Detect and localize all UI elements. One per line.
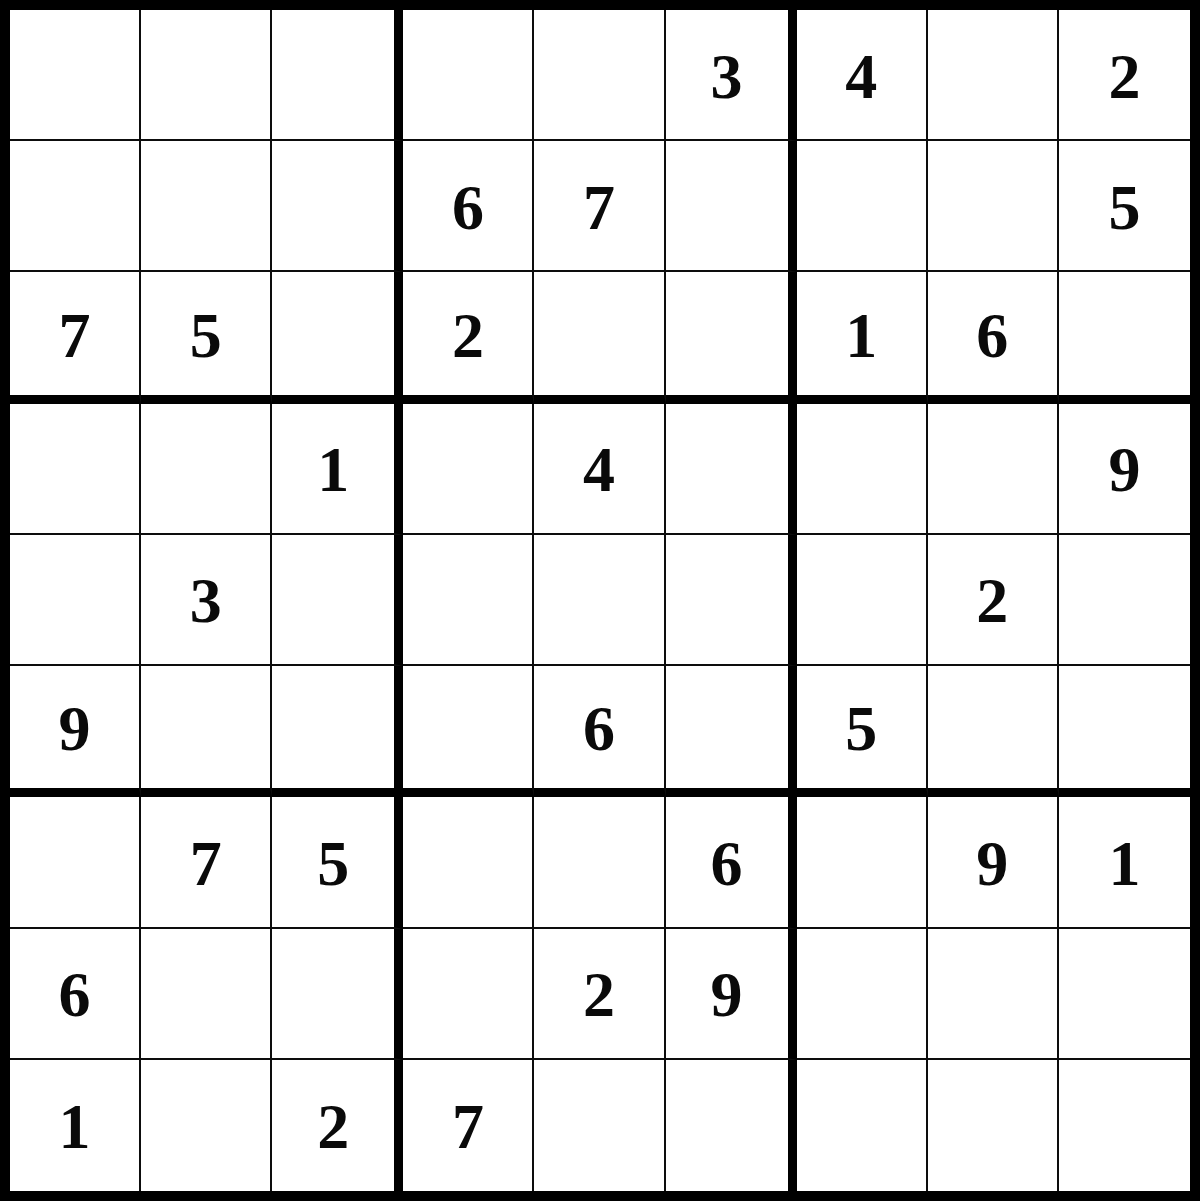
given-digit: 1 <box>1108 832 1140 896</box>
given-digit: 2 <box>976 569 1008 633</box>
cell-r2c4-given: 6 <box>403 141 534 272</box>
cell-r2c9-given: 5 <box>1059 141 1190 272</box>
given-digit: 1 <box>845 304 877 368</box>
cell-r3c7-given: 1 <box>797 272 928 403</box>
cell-r8c7-empty[interactable] <box>797 929 928 1060</box>
cell-r6c5-given: 6 <box>534 666 665 797</box>
cell-r9c5-empty[interactable] <box>534 1060 665 1191</box>
given-digit: 7 <box>583 176 615 240</box>
cell-r6c8-empty[interactable] <box>928 666 1059 797</box>
cell-r1c4-empty[interactable] <box>403 10 534 141</box>
cell-r3c6-empty[interactable] <box>666 272 797 403</box>
cell-r4c1-empty[interactable] <box>10 404 141 535</box>
given-digit: 6 <box>59 963 91 1027</box>
cell-r7c8-given: 9 <box>928 797 1059 928</box>
cell-r3c9-empty[interactable] <box>1059 272 1190 403</box>
cell-r2c2-empty[interactable] <box>141 141 272 272</box>
cell-r2c3-empty[interactable] <box>272 141 403 272</box>
cell-r9c8-empty[interactable] <box>928 1060 1059 1191</box>
given-digit: 9 <box>711 963 743 1027</box>
given-digit: 7 <box>452 1095 484 1159</box>
cell-r6c6-empty[interactable] <box>666 666 797 797</box>
cell-r8c5-given: 2 <box>534 929 665 1060</box>
cell-r5c5-empty[interactable] <box>534 535 665 666</box>
given-digit: 2 <box>1108 45 1140 109</box>
given-digit: 3 <box>190 569 222 633</box>
cell-r6c7-given: 5 <box>797 666 928 797</box>
given-digit: 2 <box>583 963 615 1027</box>
given-digit: 4 <box>583 438 615 502</box>
cell-r4c6-empty[interactable] <box>666 404 797 535</box>
cell-r3c8-given: 6 <box>928 272 1059 403</box>
cell-r8c8-empty[interactable] <box>928 929 1059 1060</box>
cell-r8c9-empty[interactable] <box>1059 929 1190 1060</box>
cell-r1c8-empty[interactable] <box>928 10 1059 141</box>
given-digit: 5 <box>190 304 222 368</box>
given-digit: 6 <box>583 697 615 761</box>
cell-r7c9-given: 1 <box>1059 797 1190 928</box>
cell-r4c2-empty[interactable] <box>141 404 272 535</box>
given-digit: 5 <box>1108 176 1140 240</box>
cell-r8c1-given: 6 <box>10 929 141 1060</box>
cell-r6c3-empty[interactable] <box>272 666 403 797</box>
sudoku-board: 342675752161493296575691629127 <box>0 0 1200 1201</box>
cell-r4c7-empty[interactable] <box>797 404 928 535</box>
cell-r7c5-empty[interactable] <box>534 797 665 928</box>
cell-r1c1-empty[interactable] <box>10 10 141 141</box>
cell-r8c6-given: 9 <box>666 929 797 1060</box>
cell-r9c4-given: 7 <box>403 1060 534 1191</box>
cell-r2c6-empty[interactable] <box>666 141 797 272</box>
cell-r6c1-given: 9 <box>10 666 141 797</box>
cell-r1c3-empty[interactable] <box>272 10 403 141</box>
cell-r5c1-empty[interactable] <box>10 535 141 666</box>
cell-r7c4-empty[interactable] <box>403 797 534 928</box>
cell-r1c6-given: 3 <box>666 10 797 141</box>
given-digit: 1 <box>59 1095 91 1159</box>
given-digit: 9 <box>976 832 1008 896</box>
cell-r9c1-given: 1 <box>10 1060 141 1191</box>
cell-r6c4-empty[interactable] <box>403 666 534 797</box>
given-digit: 5 <box>317 832 349 896</box>
cell-r5c8-given: 2 <box>928 535 1059 666</box>
given-digit: 6 <box>452 176 484 240</box>
cell-r3c3-empty[interactable] <box>272 272 403 403</box>
given-digit: 9 <box>1108 438 1140 502</box>
cell-r9c6-empty[interactable] <box>666 1060 797 1191</box>
cell-r5c3-empty[interactable] <box>272 535 403 666</box>
cell-r7c1-empty[interactable] <box>10 797 141 928</box>
cell-r2c8-empty[interactable] <box>928 141 1059 272</box>
given-digit: 3 <box>711 45 743 109</box>
cell-r5c2-given: 3 <box>141 535 272 666</box>
cell-r2c5-given: 7 <box>534 141 665 272</box>
cell-r2c1-empty[interactable] <box>10 141 141 272</box>
cell-r6c2-empty[interactable] <box>141 666 272 797</box>
given-digit: 1 <box>317 438 349 502</box>
cell-r1c7-given: 4 <box>797 10 928 141</box>
cell-r2c7-empty[interactable] <box>797 141 928 272</box>
cell-r8c2-empty[interactable] <box>141 929 272 1060</box>
given-digit: 2 <box>452 304 484 368</box>
cell-r1c2-empty[interactable] <box>141 10 272 141</box>
cell-r3c1-given: 7 <box>10 272 141 403</box>
cell-r6c9-empty[interactable] <box>1059 666 1190 797</box>
cell-r1c9-given: 2 <box>1059 10 1190 141</box>
given-digit: 6 <box>976 304 1008 368</box>
cell-r9c9-empty[interactable] <box>1059 1060 1190 1191</box>
given-digit: 9 <box>59 697 91 761</box>
given-digit: 4 <box>845 45 877 109</box>
cell-r4c8-empty[interactable] <box>928 404 1059 535</box>
cell-r7c7-empty[interactable] <box>797 797 928 928</box>
given-digit: 5 <box>845 697 877 761</box>
sudoku-page: 342675752161493296575691629127 <box>0 0 1200 1201</box>
cell-r3c2-given: 5 <box>141 272 272 403</box>
cell-r5c7-empty[interactable] <box>797 535 928 666</box>
cell-r4c3-given: 1 <box>272 404 403 535</box>
cell-r7c2-given: 7 <box>141 797 272 928</box>
cell-r9c2-empty[interactable] <box>141 1060 272 1191</box>
cell-r4c9-given: 9 <box>1059 404 1190 535</box>
given-digit: 6 <box>711 832 743 896</box>
cell-r3c5-empty[interactable] <box>534 272 665 403</box>
cell-r3c4-given: 2 <box>403 272 534 403</box>
cell-r1c5-empty[interactable] <box>534 10 665 141</box>
cell-r4c4-empty[interactable] <box>403 404 534 535</box>
cell-r7c6-given: 6 <box>666 797 797 928</box>
cell-r9c3-given: 2 <box>272 1060 403 1191</box>
cell-r7c3-given: 5 <box>272 797 403 928</box>
given-digit: 7 <box>59 304 91 368</box>
cell-r9c7-empty[interactable] <box>797 1060 928 1191</box>
cell-r5c4-empty[interactable] <box>403 535 534 666</box>
cell-r5c6-empty[interactable] <box>666 535 797 666</box>
cell-r8c4-empty[interactable] <box>403 929 534 1060</box>
cell-r5c9-empty[interactable] <box>1059 535 1190 666</box>
cell-r4c5-given: 4 <box>534 404 665 535</box>
given-digit: 7 <box>190 832 222 896</box>
given-digit: 2 <box>317 1095 349 1159</box>
cell-r8c3-empty[interactable] <box>272 929 403 1060</box>
